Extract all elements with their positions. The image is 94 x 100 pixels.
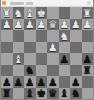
square-b4[interactable] xyxy=(70,42,82,54)
piece-white-pawn: ♟ xyxy=(71,19,80,30)
square-g6[interactable] xyxy=(13,65,25,77)
piece-black-pawn: ♟ xyxy=(60,53,69,64)
app-icon xyxy=(2,1,6,5)
piece-white-knight: ♞ xyxy=(14,7,23,18)
square-c7[interactable] xyxy=(59,76,71,88)
square-a6[interactable]: ♜ xyxy=(82,65,94,77)
square-e6[interactable] xyxy=(36,65,48,77)
piece-black-pawn: ♟ xyxy=(2,76,11,87)
piece-black-pawn: ♟ xyxy=(14,76,23,87)
square-g2[interactable]: ♟ xyxy=(13,19,25,31)
square-b8[interactable]: ♞ xyxy=(70,88,82,100)
square-b3[interactable] xyxy=(70,30,82,42)
piece-black-pawn: ♟ xyxy=(83,53,92,64)
square-d4[interactable]: ♟ xyxy=(47,42,59,54)
piece-white-pawn: ♟ xyxy=(2,19,11,30)
piece-white-rook: ♜ xyxy=(83,7,92,18)
square-c2[interactable]: ♟ xyxy=(59,19,71,31)
piece-black-king: ♚ xyxy=(37,88,46,99)
window-title-text-blur xyxy=(10,2,24,5)
piece-white-pawn: ♟ xyxy=(25,19,34,30)
square-a4[interactable] xyxy=(82,42,94,54)
square-g8[interactable] xyxy=(13,88,25,100)
square-g7[interactable]: ♟ xyxy=(13,76,25,88)
square-f8[interactable]: ♝ xyxy=(24,88,36,100)
square-e8[interactable]: ♚ xyxy=(36,88,48,100)
square-c4[interactable] xyxy=(59,42,71,54)
square-f3[interactable] xyxy=(24,30,36,42)
piece-white-pawn: ♟ xyxy=(60,19,69,30)
square-c3[interactable]: ♞ xyxy=(59,30,71,42)
piece-white-rook: ♜ xyxy=(2,7,11,18)
piece-black-rook: ♜ xyxy=(83,65,92,76)
square-a5[interactable]: ♟ xyxy=(82,53,94,65)
square-b7[interactable]: ♟ xyxy=(70,76,82,88)
chess-app-window: ♜♞♝♚♜♟♟♟♟♛♟♟♟♞♟♝♟♟♞♜♟♟♟♟♟♟♜♝♚♛♝♞ xyxy=(0,0,94,100)
square-b2[interactable]: ♟ xyxy=(70,19,82,31)
square-a2[interactable]: ♟ xyxy=(82,19,94,31)
square-c5[interactable]: ♟ xyxy=(59,53,71,65)
square-c6[interactable] xyxy=(59,65,71,77)
square-g5[interactable]: ♝ xyxy=(13,53,25,65)
piece-white-bishop: ♝ xyxy=(14,53,23,64)
window-titlebar[interactable] xyxy=(1,0,93,7)
piece-white-king: ♚ xyxy=(37,7,46,18)
square-f6[interactable]: ♞ xyxy=(24,65,36,77)
piece-black-rook: ♜ xyxy=(2,88,11,99)
square-h7[interactable]: ♟ xyxy=(1,76,13,88)
square-d6[interactable] xyxy=(47,65,59,77)
square-g4[interactable] xyxy=(13,42,25,54)
piece-white-bishop: ♝ xyxy=(25,7,34,18)
square-h6[interactable] xyxy=(1,65,13,77)
square-e3[interactable] xyxy=(36,30,48,42)
square-a3[interactable] xyxy=(82,30,94,42)
square-e7[interactable]: ♟ xyxy=(36,76,48,88)
piece-black-queen: ♛ xyxy=(48,88,57,99)
square-d7[interactable]: ♟ xyxy=(47,76,59,88)
piece-white-pawn: ♟ xyxy=(83,19,92,30)
square-h1[interactable]: ♜ xyxy=(1,7,13,19)
piece-black-pawn: ♟ xyxy=(48,76,57,87)
square-a8[interactable] xyxy=(82,88,94,100)
square-d8[interactable]: ♛ xyxy=(47,88,59,100)
chess-board: ♜♞♝♚♜♟♟♟♟♛♟♟♟♞♟♝♟♟♞♜♟♟♟♟♟♟♜♝♚♛♝♞ xyxy=(1,7,93,99)
piece-white-pawn: ♟ xyxy=(48,42,57,53)
square-g1[interactable]: ♞ xyxy=(13,7,25,19)
square-h5[interactable] xyxy=(1,53,13,65)
square-d3[interactable] xyxy=(47,30,59,42)
square-e4[interactable] xyxy=(36,42,48,54)
square-b1[interactable] xyxy=(70,7,82,19)
square-e2[interactable]: ♟ xyxy=(36,19,48,31)
square-h2[interactable]: ♟ xyxy=(1,19,13,31)
square-d2[interactable]: ♛ xyxy=(47,19,59,31)
square-f5[interactable] xyxy=(24,53,36,65)
piece-black-pawn: ♟ xyxy=(71,76,80,87)
square-b6[interactable] xyxy=(70,65,82,77)
piece-black-bishop: ♝ xyxy=(25,88,34,99)
piece-white-knight: ♞ xyxy=(60,30,69,41)
piece-black-pawn: ♟ xyxy=(37,76,46,87)
square-b5[interactable] xyxy=(70,53,82,65)
piece-white-queen: ♛ xyxy=(48,19,57,30)
square-c8[interactable]: ♝ xyxy=(59,88,71,100)
square-h3[interactable] xyxy=(1,30,13,42)
square-g3[interactable] xyxy=(13,30,25,42)
window-title-text-blur xyxy=(26,2,33,5)
close-button[interactable] xyxy=(87,1,91,5)
square-c1[interactable] xyxy=(59,7,71,19)
square-h8[interactable]: ♜ xyxy=(1,88,13,100)
piece-black-knight: ♞ xyxy=(71,88,80,99)
square-e5[interactable] xyxy=(36,53,48,65)
square-f1[interactable]: ♝ xyxy=(24,7,36,19)
square-f2[interactable]: ♟ xyxy=(24,19,36,31)
square-f7[interactable]: ♟ xyxy=(24,76,36,88)
piece-white-pawn: ♟ xyxy=(37,19,46,30)
piece-black-bishop: ♝ xyxy=(60,88,69,99)
square-f4[interactable] xyxy=(24,42,36,54)
square-e1[interactable]: ♚ xyxy=(36,7,48,19)
square-d1[interactable] xyxy=(47,7,59,19)
square-a7[interactable] xyxy=(82,76,94,88)
piece-black-knight: ♞ xyxy=(25,65,34,76)
square-a1[interactable]: ♜ xyxy=(82,7,94,19)
square-d5[interactable] xyxy=(47,53,59,65)
piece-black-pawn: ♟ xyxy=(25,76,34,87)
piece-white-pawn: ♟ xyxy=(14,19,23,30)
square-h4[interactable] xyxy=(1,42,13,54)
